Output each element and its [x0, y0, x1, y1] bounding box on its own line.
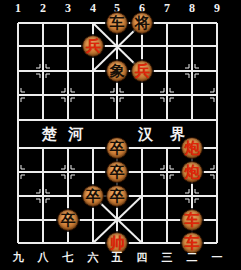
file-label-bottom-4: 六 — [88, 250, 99, 265]
file-label-bottom-3: 七 — [63, 250, 74, 265]
piece-black-elephant[interactable]: 象 — [106, 60, 128, 82]
piece-red-cannon[interactable]: 炮 — [181, 161, 203, 183]
file-label-bottom-7: 三 — [162, 250, 173, 265]
piece-black-general[interactable]: 将 — [131, 12, 153, 34]
piece-black-soldier[interactable]: 卒 — [82, 185, 104, 207]
file-label-bottom-6: 四 — [137, 250, 148, 265]
piece-black-chariot[interactable]: 车 — [106, 12, 128, 34]
piece-black-soldier[interactable]: 卒 — [106, 161, 128, 183]
file-label-bottom-2: 八 — [38, 250, 49, 265]
file-label-bottom-9: 一 — [212, 250, 223, 265]
piece-black-soldier[interactable]: 卒 — [57, 209, 79, 231]
file-label-bottom-5: 五 — [112, 250, 123, 265]
piece-black-soldier[interactable]: 卒 — [106, 137, 128, 159]
piece-red-chariot[interactable]: 车 — [181, 209, 203, 231]
file-label-bottom-8: 二 — [187, 250, 198, 265]
board[interactable] — [0, 0, 241, 270]
piece-red-soldier[interactable]: 兵 — [131, 60, 153, 82]
piece-red-cannon[interactable]: 炮 — [181, 137, 203, 159]
file-label-bottom-1: 九 — [13, 250, 24, 265]
piece-red-soldier[interactable]: 兵 — [82, 35, 104, 57]
piece-black-soldier[interactable]: 卒 — [106, 185, 128, 207]
river-label-left: 楚河 — [42, 125, 94, 144]
xiangqi-board-screen: 123456789 楚河 汉界 车将兵象兵卒炮卒炮卒卒卒车帅车 九八七六五四三二… — [0, 0, 241, 270]
